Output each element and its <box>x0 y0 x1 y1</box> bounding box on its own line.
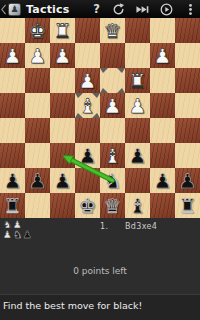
square-d2[interactable] <box>100 43 125 68</box>
square-f8[interactable] <box>50 193 75 218</box>
white-pawn[interactable]: ♟ <box>154 46 172 66</box>
white-pawn[interactable]: ♟ <box>129 96 147 116</box>
square-a7[interactable]: ♟ <box>175 168 200 193</box>
square-b3[interactable] <box>150 68 175 93</box>
points-left-label: 0 points left <box>0 266 200 276</box>
top-action-bar: ♟ Tactics ? <box>0 0 200 18</box>
lastmove-corner-mark <box>100 85 108 93</box>
square-h4[interactable] <box>0 93 25 118</box>
lastmove-corner-mark <box>92 110 100 118</box>
white-pawn[interactable]: ♟ <box>79 71 97 91</box>
square-b8[interactable] <box>150 193 175 218</box>
square-g3[interactable] <box>25 68 50 93</box>
square-d1[interactable]: ♛ <box>100 18 125 43</box>
square-a6[interactable] <box>175 143 200 168</box>
white-pawn[interactable]: ♟ <box>29 46 47 66</box>
square-e6[interactable]: ♟ <box>75 143 100 168</box>
black-pawn[interactable]: ♟ <box>79 146 97 166</box>
square-f3[interactable] <box>50 68 75 93</box>
square-f6[interactable] <box>50 143 75 168</box>
white-king[interactable]: ♚ <box>29 21 47 41</box>
play-icon[interactable] <box>160 3 173 16</box>
lastmove-corner-mark <box>100 68 108 76</box>
square-e3[interactable]: ♟ <box>75 68 100 93</box>
square-c3[interactable]: ♜ <box>125 68 150 93</box>
square-a4[interactable] <box>175 93 200 118</box>
black-pawn[interactable]: ♟ <box>29 171 47 191</box>
app-icon: ♟ <box>8 3 21 16</box>
square-d8[interactable]: ♛ <box>100 193 125 218</box>
square-g7[interactable]: ♟ <box>25 168 50 193</box>
square-g5[interactable] <box>25 118 50 143</box>
white-pawn[interactable]: ♟ <box>54 46 72 66</box>
square-d7[interactable]: ♞ <box>100 168 125 193</box>
square-d5[interactable] <box>100 118 125 143</box>
black-rook[interactable]: ♜ <box>179 196 197 216</box>
square-c1[interactable] <box>125 18 150 43</box>
white-bishop[interactable]: ♝ <box>104 146 122 166</box>
black-knight[interactable]: ♞ <box>104 171 122 191</box>
square-c4[interactable]: ♟ <box>125 93 150 118</box>
restart-icon[interactable] <box>112 3 125 16</box>
app-screen: ♟ Tactics ? <box>0 0 200 320</box>
white-rook[interactable]: ♜ <box>54 21 72 41</box>
square-e7[interactable] <box>75 168 100 193</box>
black-rook[interactable]: ♜ <box>4 196 22 216</box>
square-b2[interactable]: ♟ <box>150 43 175 68</box>
black-pawn[interactable]: ♟ <box>129 146 147 166</box>
lastmove-corner-mark <box>92 93 100 101</box>
square-a2[interactable] <box>175 43 200 68</box>
move-san: Bd3xe4 <box>125 222 157 231</box>
square-a1[interactable] <box>175 18 200 43</box>
black-pawn[interactable]: ♟ <box>4 171 22 191</box>
square-d3[interactable] <box>100 68 125 93</box>
square-g6[interactable] <box>25 143 50 168</box>
black-bishop[interactable]: ♝ <box>129 196 147 216</box>
square-f1[interactable]: ♜ <box>50 18 75 43</box>
square-h1[interactable] <box>0 18 25 43</box>
fast-forward-icon[interactable] <box>136 3 149 16</box>
lastmove-corner-mark <box>117 68 125 76</box>
square-c6[interactable]: ♟ <box>125 143 150 168</box>
back-icon[interactable] <box>1 3 6 16</box>
white-pawn[interactable]: ♟ <box>4 46 22 66</box>
lastmove-corner-mark <box>117 85 125 93</box>
captured-white-pawn: ♟ <box>3 229 12 240</box>
square-d4[interactable]: ♟ <box>100 93 125 118</box>
square-g2[interactable]: ♟ <box>25 43 50 68</box>
square-h6[interactable] <box>0 143 25 168</box>
move-number: 1. <box>100 222 108 231</box>
square-c7[interactable] <box>125 168 150 193</box>
captured-black-pawn: ♟ <box>23 229 32 240</box>
square-d6[interactable]: ♝ <box>100 143 125 168</box>
black-pawn[interactable]: ♟ <box>179 171 197 191</box>
square-g8[interactable] <box>25 193 50 218</box>
black-queen[interactable]: ♛ <box>104 196 122 216</box>
square-c5[interactable] <box>125 118 150 143</box>
page-title: Tactics <box>26 3 70 16</box>
info-panel: ♞♟ ♟♞♟ 1. Bd3xe4 0 points left <box>0 218 200 294</box>
white-pawn[interactable]: ♟ <box>104 96 122 116</box>
prompt-bar: Find the best move for black! <box>0 294 200 320</box>
black-pawn[interactable]: ♟ <box>154 171 172 191</box>
captured-pieces-row-2: ♟♞♟ <box>3 229 32 240</box>
square-g1[interactable]: ♚ <box>25 18 50 43</box>
square-h5[interactable] <box>0 118 25 143</box>
square-f4[interactable] <box>50 93 75 118</box>
black-pawn[interactable]: ♟ <box>54 171 72 191</box>
square-c8[interactable]: ♝ <box>125 193 150 218</box>
square-a3[interactable] <box>175 68 200 93</box>
white-queen[interactable]: ♛ <box>104 21 122 41</box>
square-f5[interactable] <box>50 118 75 143</box>
chess-board: ♚♜♛♟♟♟♟♟♜♝♟♟♟♝♟♟♟♟♞♟♟♜♚♛♝♜ <box>0 18 200 218</box>
square-e8[interactable]: ♚ <box>75 193 100 218</box>
square-f2[interactable]: ♟ <box>50 43 75 68</box>
square-h3[interactable] <box>0 68 25 93</box>
square-a5[interactable] <box>175 118 200 143</box>
square-g4[interactable] <box>25 93 50 118</box>
square-f7[interactable]: ♟ <box>50 168 75 193</box>
square-b4[interactable] <box>150 93 175 118</box>
overflow-menu-icon[interactable] <box>184 3 197 16</box>
square-c2[interactable] <box>125 43 150 68</box>
square-h2[interactable]: ♟ <box>0 43 25 68</box>
square-a8[interactable]: ♜ <box>175 193 200 218</box>
square-b5[interactable] <box>150 118 175 143</box>
square-h8[interactable]: ♜ <box>0 193 25 218</box>
square-b6[interactable] <box>150 143 175 168</box>
prompt-text: Find the best move for black! <box>3 300 142 311</box>
square-b7[interactable]: ♟ <box>150 168 175 193</box>
help-icon[interactable]: ? <box>92 3 101 16</box>
captured-black-knight: ♞ <box>13 229 22 240</box>
move-list[interactable]: 1. Bd3xe4 <box>100 222 157 231</box>
square-e4[interactable]: ♝ <box>75 93 100 118</box>
toolbar-icons: ? <box>92 3 197 16</box>
square-e1[interactable] <box>75 18 100 43</box>
black-king[interactable]: ♚ <box>79 196 97 216</box>
white-rook[interactable]: ♜ <box>129 71 147 91</box>
square-e2[interactable] <box>75 43 100 68</box>
square-h7[interactable]: ♟ <box>0 168 25 193</box>
lastmove-corner-mark <box>75 110 83 118</box>
square-e5[interactable] <box>75 118 100 143</box>
lastmove-corner-mark <box>75 93 83 101</box>
square-b1[interactable] <box>150 18 175 43</box>
